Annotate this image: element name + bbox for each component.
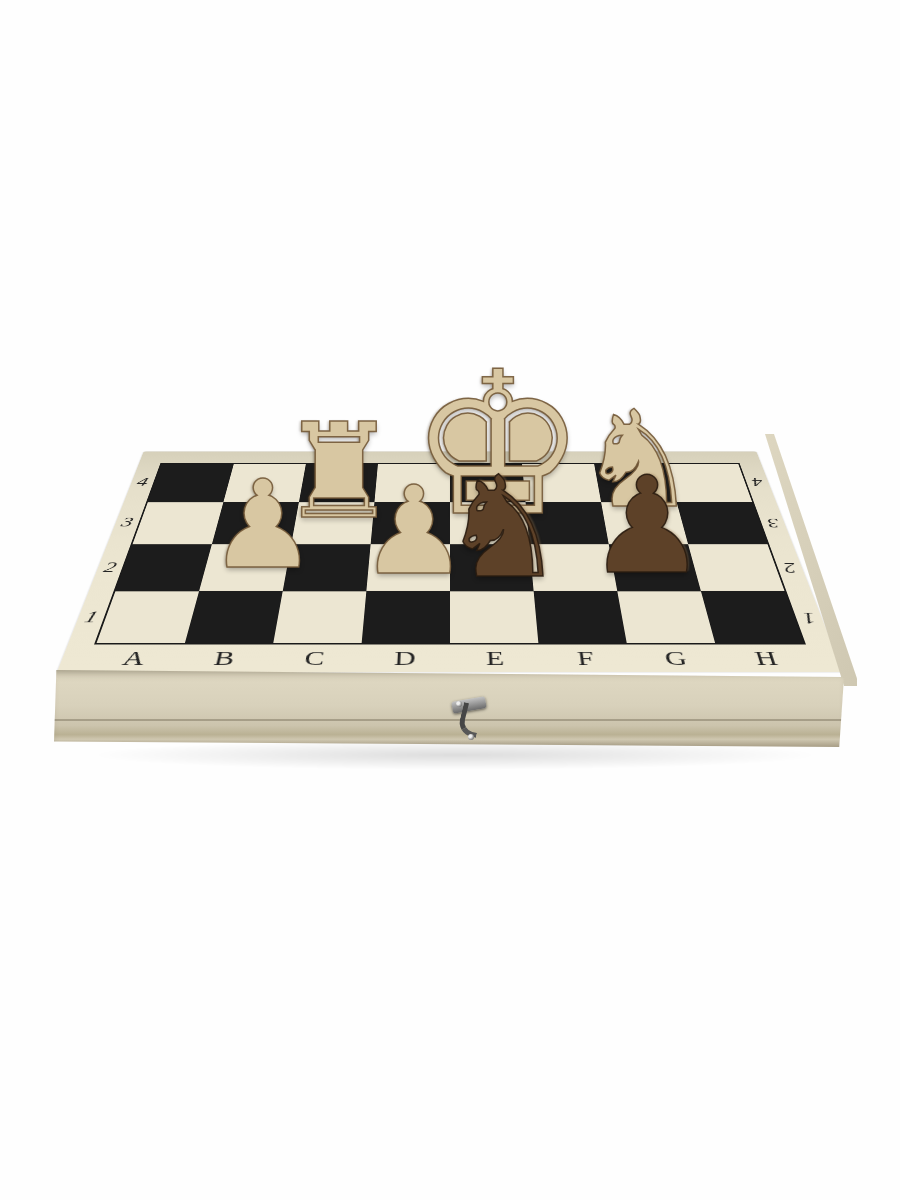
file-label: F [539, 644, 633, 672]
box-front-face [54, 670, 844, 747]
black-knight-e2: ♞ [440, 458, 566, 598]
black-pawn-g2: ♟ [587, 459, 707, 593]
file-label: G [628, 644, 725, 672]
file-label: B [176, 644, 273, 672]
metal-clasp-icon [446, 696, 492, 746]
file-label: A [84, 644, 183, 672]
file-label: E [450, 644, 542, 672]
file-label: D [359, 644, 451, 672]
file-label: H [717, 644, 816, 672]
file-label: C [267, 644, 361, 672]
shadow [90, 740, 820, 770]
clasp-screw [456, 701, 462, 707]
white-pawn-b2: ♟ [208, 464, 317, 586]
file-labels: A B C D E F G H [84, 644, 816, 672]
product-photo-scene: 4 3 2 1 4 3 2 1 A B C D E F G H [0, 0, 900, 1200]
